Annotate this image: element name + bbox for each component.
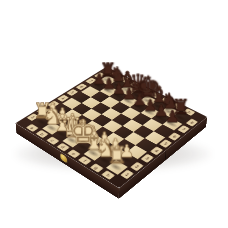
brass-clasp bbox=[60, 153, 67, 164]
perspective-stage: abcdefgh abcdefgh 87654321 87654321 ♜♞♝♛… bbox=[0, 0, 228, 228]
piece-white-rook: ♜ bbox=[107, 145, 128, 167]
chess-board-frame: abcdefgh abcdefgh 87654321 87654321 ♜♞♝♛… bbox=[15, 67, 207, 189]
piece-black-pawn: ♟ bbox=[165, 109, 179, 124]
box-fold-seam bbox=[165, 150, 166, 161]
product-photo-scene: abcdefgh abcdefgh 87654321 87654321 ♜♞♝♛… bbox=[0, 0, 228, 228]
board-grid: ♜♞♝♛♚♝♞♜♟♟♟♟♟♟♟♟♟♟♟♟♟♟♟♟♜♞♝♛♚♝♞♜ bbox=[33, 75, 191, 175]
